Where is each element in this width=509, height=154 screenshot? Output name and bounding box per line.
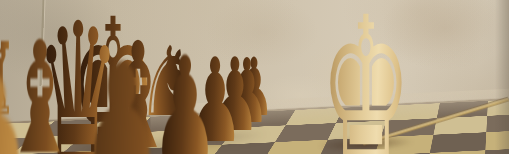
white-king: ♚ <box>320 0 411 154</box>
right-edge-vignette <box>495 0 509 154</box>
black-pawn-0-edge: ♟ <box>0 40 69 154</box>
chess-photo-scene: ♜♚♛♝♝♞♟♟♟♟♟♟♟♚ <box>0 0 509 154</box>
